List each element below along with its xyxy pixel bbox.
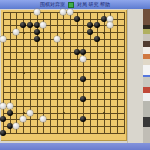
sidebar-list-area <box>143 93 150 101</box>
white-stone <box>0 36 6 42</box>
star-point <box>63 72 65 74</box>
black-stone <box>94 36 100 42</box>
white-stone <box>54 36 60 42</box>
black-stone <box>27 22 33 28</box>
black-stone <box>20 22 26 28</box>
sidebar-button-bar <box>143 101 150 117</box>
sidebar-panel <box>143 34 150 41</box>
white-stone <box>107 22 113 28</box>
window-title: 围棋对弈室 <box>40 0 65 9</box>
titlebar-menu[interactable]: 对局 研究 帮助 <box>77 0 110 9</box>
sidebar-panel-2 <box>143 77 150 87</box>
app-window: 围棋对弈室 对局 研究 帮助 <box>0 0 150 150</box>
white-stone <box>20 116 26 122</box>
white-stone <box>34 9 40 15</box>
titlebar-app-icon <box>68 2 74 8</box>
black-stone <box>80 96 86 102</box>
sidebar-chat-area <box>143 65 150 75</box>
white-stone <box>60 9 66 15</box>
window-titlebar[interactable]: 围棋对弈室 对局 研究 帮助 <box>0 0 150 9</box>
grid-line-vertical <box>110 12 111 134</box>
panel-gap <box>127 9 144 143</box>
grid-line-vertical <box>77 12 78 134</box>
white-stone <box>27 110 33 116</box>
black-stone <box>87 29 93 35</box>
black-stone <box>34 22 40 28</box>
black-stone <box>74 16 80 22</box>
grid-line-horizontal <box>3 86 125 87</box>
grid-line-vertical <box>124 12 125 134</box>
window-bottom-bar <box>0 143 150 150</box>
sidebar-avatar-photo <box>143 9 150 25</box>
grid-line-horizontal <box>3 92 125 93</box>
grid-line-vertical <box>70 12 71 134</box>
right-sidebar[interactable] <box>143 9 150 143</box>
white-stone <box>40 116 46 122</box>
black-stone <box>101 16 107 22</box>
black-stone <box>34 36 40 42</box>
grid-line-vertical <box>97 12 98 134</box>
sidebar-text-area <box>143 47 150 54</box>
black-stone <box>94 22 100 28</box>
grid-line-vertical <box>117 12 118 134</box>
star-point <box>23 32 25 34</box>
black-stone <box>74 49 80 55</box>
black-stone <box>7 110 13 116</box>
white-stone <box>13 29 19 35</box>
white-stone <box>67 9 73 15</box>
star-point <box>103 112 105 114</box>
black-stone <box>0 116 6 122</box>
grid-line-horizontal <box>3 99 125 100</box>
star-point <box>103 32 105 34</box>
white-stone <box>13 123 19 129</box>
black-stone <box>0 130 6 136</box>
black-stone <box>34 29 40 35</box>
sidebar-dark-panel <box>143 117 150 127</box>
star-point <box>23 72 25 74</box>
grid-line-horizontal <box>3 79 125 80</box>
white-stone <box>107 16 113 22</box>
white-stone <box>0 103 6 109</box>
star-point <box>23 112 25 114</box>
black-stone <box>87 22 93 28</box>
grid-line-horizontal <box>3 106 125 107</box>
black-stone <box>7 123 13 129</box>
sidebar-filler <box>143 127 150 143</box>
black-stone <box>80 76 86 82</box>
grid-line-horizontal <box>3 133 125 134</box>
white-stone <box>7 103 13 109</box>
go-board[interactable] <box>1 10 127 141</box>
white-stone <box>80 56 86 62</box>
black-stone <box>80 116 86 122</box>
star-point <box>63 112 65 114</box>
star-point <box>103 72 105 74</box>
grid-line-horizontal <box>3 126 125 127</box>
white-stone <box>40 22 46 28</box>
main-content <box>0 9 150 143</box>
black-stone <box>80 49 86 55</box>
star-point <box>63 32 65 34</box>
